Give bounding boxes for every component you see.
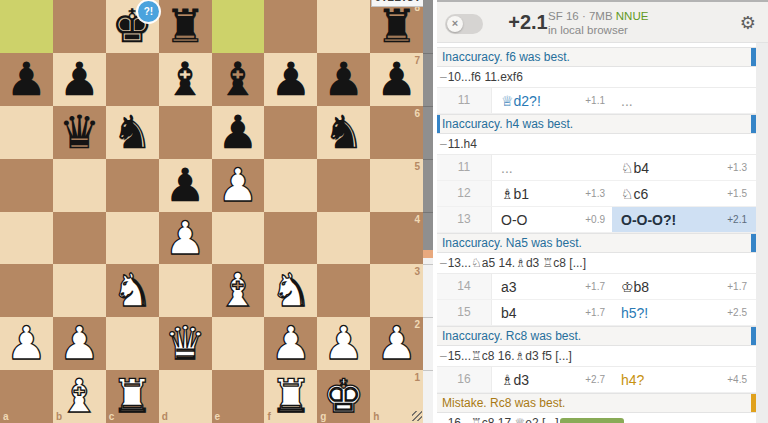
- piece-white-B-e3[interactable]: ♝: [212, 264, 265, 317]
- gear-icon[interactable]: ⚙: [740, 12, 756, 34]
- clipped-clock: 0:11:37: [371, 0, 426, 7]
- branch-dash: –: [440, 256, 447, 270]
- piece-black-P-h7[interactable]: ♟: [370, 53, 423, 106]
- coord-rank-3: 3: [414, 266, 420, 277]
- black-move-eval: +4.5: [727, 374, 747, 385]
- comment-text: Mistake. Rc8 was best.: [442, 396, 565, 410]
- judgment-comment: Inaccuracy. Rc8 was best.: [437, 326, 756, 346]
- square-h6[interactable]: 6: [370, 106, 423, 159]
- chess-board[interactable]: ♚♜♜8♟♟♝♝♟♟♟7♛♞♟♞6♟♟5♟4♞♝♞3♟♟♛♟♟♟2a♝b♜cde…: [0, 0, 423, 423]
- white-move-eval: +2.7: [585, 374, 605, 385]
- engine-name: SF 16 · 7MB: [548, 10, 613, 22]
- square-a7[interactable]: ♟: [0, 53, 53, 106]
- white-move-san[interactable]: b4: [501, 305, 517, 321]
- square-h4[interactable]: 4: [370, 212, 423, 265]
- black-move-san[interactable]: h5?!: [621, 305, 648, 321]
- square-c7[interactable]: [106, 53, 159, 106]
- clipped-green-button[interactable]: [560, 418, 624, 423]
- black-move-cell[interactable]: ♘b4+1.3: [612, 155, 756, 180]
- square-c6[interactable]: ♞: [106, 106, 159, 159]
- move-row: 15b4+1.7h5?!+2.5: [437, 300, 756, 326]
- black-move-cell[interactable]: O-O-O?!+2.1: [612, 207, 756, 232]
- branch-dash: –: [440, 349, 447, 363]
- variation-line[interactable]: –11.h4: [437, 134, 756, 155]
- square-h5[interactable]: 5: [370, 159, 423, 212]
- black-move-san[interactable]: ♘b4: [621, 160, 649, 176]
- square-b8[interactable]: [53, 0, 106, 53]
- piece-white-K-g1[interactable]: ♚: [317, 370, 370, 423]
- square-a8[interactable]: [0, 0, 53, 53]
- coord-file-e: e: [215, 411, 221, 422]
- judgment-comment: Inaccuracy. h4 was best.: [437, 114, 756, 134]
- move-number: 11: [437, 155, 492, 180]
- piece-black-N-g6[interactable]: ♞: [317, 106, 370, 159]
- piece-white-P-h2[interactable]: ♟: [370, 317, 423, 370]
- variation-text[interactable]: 15...♖c8 16.♗d3 f5 [...]: [448, 349, 572, 363]
- judgment-comment: Mistake. Rc8 was best.: [437, 393, 756, 413]
- gauge-tick: [423, 53, 433, 54]
- piece-white-P-b2[interactable]: ♟: [53, 317, 106, 370]
- toggle-knob-x-icon: ×: [447, 16, 463, 32]
- coord-rank-6: 6: [414, 108, 420, 119]
- square-d5[interactable]: ♟: [159, 159, 212, 212]
- eval-gauge: [423, 0, 433, 423]
- board-resize-handle[interactable]: [412, 411, 422, 421]
- variation-text[interactable]: 10...f6 11.exf6: [448, 70, 523, 84]
- variation-line[interactable]: –15...♖c8 16.♗d3 f5 [...]: [437, 346, 756, 367]
- piece-white-P-g2[interactable]: ♟: [317, 317, 370, 370]
- black-move-cell[interactable]: h4?+4.5: [612, 367, 756, 392]
- branch-dash: –: [440, 137, 447, 151]
- square-a1[interactable]: a: [0, 370, 53, 423]
- variation-line[interactable]: –10...f6 11.exf6: [437, 67, 756, 88]
- gauge-tick: [423, 106, 433, 107]
- coord-rank-1: 1: [414, 372, 420, 383]
- piece-black-P-g7[interactable]: ♟: [317, 53, 370, 106]
- white-move-cell[interactable]: ♕d2?!+1.1: [492, 88, 612, 113]
- white-move-eval: +0.9: [585, 214, 605, 225]
- square-g3[interactable]: [317, 264, 370, 317]
- white-move-san[interactable]: O-O: [501, 212, 527, 228]
- square-f7[interactable]: ♟: [264, 53, 317, 106]
- square-f4[interactable]: [264, 212, 317, 265]
- comment-text: Inaccuracy. h4 was best.: [442, 117, 573, 131]
- square-f8[interactable]: [264, 0, 317, 53]
- square-g7[interactable]: ♟: [317, 53, 370, 106]
- piece-black-B-d7[interactable]: ♝: [159, 53, 212, 106]
- white-move-san[interactable]: a3: [501, 279, 517, 295]
- black-move-eval: +2.1: [727, 214, 747, 225]
- engine-net-badge: NNUE: [616, 10, 649, 22]
- piece-white-R-c1[interactable]: ♜: [106, 370, 159, 423]
- square-d6[interactable]: [159, 106, 212, 159]
- square-g1[interactable]: ♚g: [317, 370, 370, 423]
- black-move-san[interactable]: ...: [621, 93, 633, 109]
- inaccuracy-badge-icon: ?!: [138, 1, 159, 22]
- comment-text: Inaccuracy. f6 was best.: [442, 50, 570, 64]
- coord-file-a: a: [3, 411, 9, 422]
- scrollbar-gutter[interactable]: [756, 43, 768, 423]
- square-e4[interactable]: [212, 212, 265, 265]
- coord-file-d: d: [162, 411, 168, 422]
- engine-header: × +2.1 SF 16 · 7MB NNUE in local browser…: [437, 0, 768, 43]
- move-number: 13: [437, 207, 492, 232]
- move-row: 13O-O+0.9O-O-O?!+2.1: [437, 207, 756, 233]
- black-move-san[interactable]: h4?: [621, 372, 644, 388]
- piece-black-B-e7[interactable]: ♝: [212, 53, 265, 106]
- square-a3[interactable]: [0, 264, 53, 317]
- comment-text: Inaccuracy. Na5 was best.: [442, 236, 582, 250]
- square-f1[interactable]: ♜f: [264, 370, 317, 423]
- square-d7[interactable]: ♝: [159, 53, 212, 106]
- square-d8[interactable]: ♜: [159, 0, 212, 53]
- square-e2[interactable]: [212, 317, 265, 370]
- judgment-comment: Inaccuracy. Na5 was best.: [437, 233, 756, 253]
- square-f5[interactable]: [264, 159, 317, 212]
- gauge-tick: [423, 159, 433, 160]
- coord-file-h: h: [373, 411, 379, 422]
- white-move-cell[interactable]: b4+1.7: [492, 300, 612, 325]
- move-number: 14: [437, 274, 492, 299]
- gauge-tick: [423, 212, 433, 213]
- piece-black-P-b7[interactable]: ♟: [53, 53, 106, 106]
- judgment-comment: Inaccuracy. f6 was best.: [437, 47, 756, 67]
- piece-black-R-d8[interactable]: ♜: [159, 0, 212, 53]
- black-move-eval: +1.5: [727, 188, 747, 199]
- piece-black-N-c6[interactable]: ♞: [106, 106, 159, 159]
- comment-text: Inaccuracy. Rc8 was best.: [442, 329, 581, 343]
- square-b5[interactable]: [53, 159, 106, 212]
- square-b1[interactable]: ♝b: [53, 370, 106, 423]
- square-a4[interactable]: [0, 212, 53, 265]
- square-g2[interactable]: ♟: [317, 317, 370, 370]
- square-a5[interactable]: [0, 159, 53, 212]
- piece-black-Q-b6[interactable]: ♛: [53, 106, 106, 159]
- white-move-san[interactable]: ...: [501, 160, 513, 176]
- square-b4[interactable]: [53, 212, 106, 265]
- black-move-cell[interactable]: ...: [612, 88, 756, 113]
- black-move-san[interactable]: O-O-O?!: [621, 212, 676, 228]
- coord-rank-4: 4: [414, 214, 420, 225]
- gauge-marker: [423, 250, 433, 258]
- piece-white-P-a2[interactable]: ♟: [0, 317, 53, 370]
- move-number: 12: [437, 181, 492, 206]
- engine-toggle[interactable]: ×: [445, 14, 483, 34]
- move-row: 11...♘b4+1.3: [437, 155, 756, 181]
- white-move-san[interactable]: ♗d3: [501, 372, 529, 388]
- square-e5[interactable]: ♟: [212, 159, 265, 212]
- black-move-eval: +2.5: [727, 307, 747, 318]
- piece-white-P-f2[interactable]: ♟: [264, 317, 317, 370]
- coord-rank-5: 5: [414, 161, 420, 172]
- square-h7[interactable]: ♟7: [370, 53, 423, 106]
- square-g5[interactable]: [317, 159, 370, 212]
- variation-line[interactable]: –13...♘a5 14.♗d3 ♖c8 [...]: [437, 253, 756, 274]
- square-c3[interactable]: ♞: [106, 264, 159, 317]
- square-g8[interactable]: [317, 0, 370, 53]
- variation-line[interactable]: –16...♖c8 17.♕e2 [...]: [437, 413, 756, 423]
- square-e8[interactable]: [212, 0, 265, 53]
- clock-value: 0:11:37: [372, 0, 425, 4]
- square-a6[interactable]: [0, 106, 53, 159]
- white-move-cell[interactable]: ...: [492, 155, 612, 180]
- black-move-san[interactable]: ♔b8: [621, 279, 649, 295]
- piece-white-Q-d2[interactable]: ♛: [159, 317, 212, 370]
- square-c1[interactable]: ♜c: [106, 370, 159, 423]
- engine-location: in local browser: [548, 23, 648, 37]
- white-move-cell[interactable]: ♗b1+1.3: [492, 181, 612, 206]
- square-c4[interactable]: [106, 212, 159, 265]
- square-e1[interactable]: e: [212, 370, 265, 423]
- black-move-cell[interactable]: ♘c6+1.5: [612, 181, 756, 206]
- move-row: 11♕d2?!+1.1...: [437, 88, 756, 114]
- black-move-cell[interactable]: h5?!+2.5: [612, 300, 756, 325]
- engine-info: SF 16 · 7MB NNUE in local browser: [548, 9, 648, 37]
- move-number: 11: [437, 88, 492, 113]
- square-a2[interactable]: ♟: [0, 317, 53, 370]
- square-f6[interactable]: [264, 106, 317, 159]
- white-move-eval: +1.3: [585, 188, 605, 199]
- white-move-cell[interactable]: ♗d3+2.7: [492, 367, 612, 392]
- white-move-cell[interactable]: a3+1.7: [492, 274, 612, 299]
- piece-black-P-e6[interactable]: ♟: [212, 106, 265, 159]
- analysis-panel: × +2.1 SF 16 · 7MB NNUE in local browser…: [437, 0, 768, 423]
- move-row: 12♗b1+1.3♘c6+1.5: [437, 181, 756, 207]
- black-move-san[interactable]: ♘c6: [621, 186, 648, 202]
- gauge-tick: [423, 370, 433, 371]
- white-move-eval: +1.7: [585, 281, 605, 292]
- piece-white-B-b1[interactable]: ♝: [53, 370, 106, 423]
- square-b6[interactable]: ♛: [53, 106, 106, 159]
- piece-black-P-f7[interactable]: ♟: [264, 53, 317, 106]
- variation-text[interactable]: 13...♘a5 14.♗d3 ♖c8 [...]: [448, 256, 586, 270]
- square-d3[interactable]: [159, 264, 212, 317]
- move-row: 16♗d3+2.7h4?+4.5: [437, 367, 756, 393]
- analysis-screen: ♚♜♜8♟♟♝♝♟♟♟7♛♞♟♞6♟♟5♟4♞♝♞3♟♟♛♟♟♟2a♝b♜cde…: [0, 0, 768, 423]
- gauge-tick: [423, 317, 433, 318]
- piece-black-P-a7[interactable]: ♟: [0, 53, 53, 106]
- move-list: Inaccuracy. f6 was best.–10...f6 11.exf6…: [437, 43, 756, 423]
- square-d2[interactable]: ♛: [159, 317, 212, 370]
- square-g6[interactable]: ♞: [317, 106, 370, 159]
- variation-text[interactable]: 16...♖c8 17.♕e2 [...]: [448, 416, 559, 423]
- square-c2[interactable]: [106, 317, 159, 370]
- square-f2[interactable]: ♟: [264, 317, 317, 370]
- piece-black-P-d5[interactable]: ♟: [159, 159, 212, 212]
- current-path-bar: [437, 115, 440, 133]
- square-d4[interactable]: ♟: [159, 212, 212, 265]
- gauge-tick: [423, 264, 433, 265]
- piece-white-P-e5[interactable]: ♟: [212, 159, 265, 212]
- square-f3[interactable]: ♞: [264, 264, 317, 317]
- square-h2[interactable]: ♟2: [370, 317, 423, 370]
- piece-black-R-h8[interactable]: ♜: [370, 0, 423, 53]
- square-e6[interactable]: ♟: [212, 106, 265, 159]
- move-number: 16: [437, 367, 492, 392]
- square-g4[interactable]: [317, 212, 370, 265]
- square-d1[interactable]: d: [159, 370, 212, 423]
- white-move-eval: +1.7: [585, 307, 605, 318]
- branch-dash: –: [440, 416, 447, 423]
- move-number: 15: [437, 300, 492, 325]
- move-row: 14a3+1.7♔b8+1.7: [437, 274, 756, 300]
- black-move-cell[interactable]: ♔b8+1.7: [612, 274, 756, 299]
- piece-white-N-c3[interactable]: ♞: [106, 264, 159, 317]
- variation-text[interactable]: 11.h4: [448, 137, 477, 151]
- white-move-san[interactable]: ♕d2?!: [501, 93, 541, 109]
- square-b2[interactable]: ♟: [53, 317, 106, 370]
- square-h3[interactable]: 3: [370, 264, 423, 317]
- white-move-eval: +1.1: [585, 95, 605, 106]
- white-move-cell[interactable]: O-O+0.9: [492, 207, 612, 232]
- piece-white-P-d4[interactable]: ♟: [159, 212, 212, 265]
- square-e7[interactable]: ♝: [212, 53, 265, 106]
- square-b3[interactable]: [53, 264, 106, 317]
- square-c5[interactable]: [106, 159, 159, 212]
- square-e3[interactable]: ♝: [212, 264, 265, 317]
- branch-dash: –: [440, 70, 447, 84]
- square-h8[interactable]: ♜8: [370, 0, 423, 53]
- black-move-eval: +1.7: [727, 281, 747, 292]
- black-move-eval: +1.3: [727, 162, 747, 173]
- square-b7[interactable]: ♟: [53, 53, 106, 106]
- white-move-san[interactable]: ♗b1: [501, 186, 529, 202]
- piece-white-R-f1[interactable]: ♜: [264, 370, 317, 423]
- piece-white-N-f3[interactable]: ♞: [264, 264, 317, 317]
